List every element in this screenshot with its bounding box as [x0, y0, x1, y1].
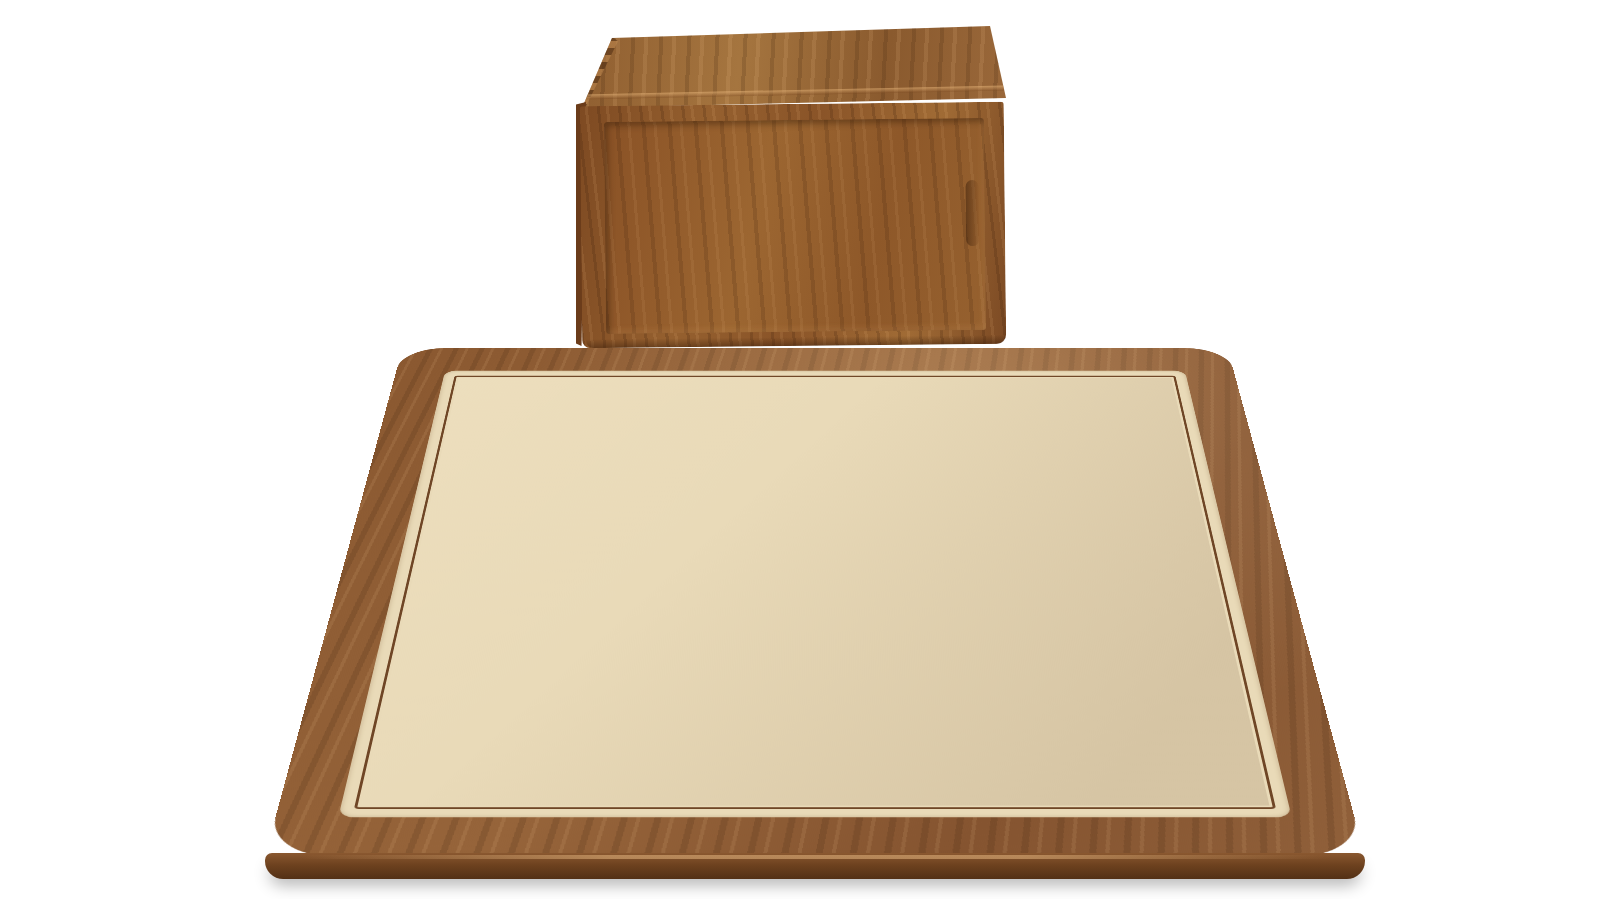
box-bottom-shade	[586, 335, 1006, 348]
board-front-edge	[265, 853, 1365, 879]
storage-box	[576, 24, 1006, 348]
lid-finger-notch	[966, 180, 980, 246]
chess-board	[265, 348, 1365, 856]
product-photo-scene	[0, 0, 1600, 899]
box-sliding-lid-panel	[604, 118, 986, 334]
board-squares	[361, 378, 1270, 806]
box-lid-top	[576, 24, 1006, 112]
box-front-face	[580, 102, 1007, 348]
dovetail-joints	[576, 34, 618, 106]
